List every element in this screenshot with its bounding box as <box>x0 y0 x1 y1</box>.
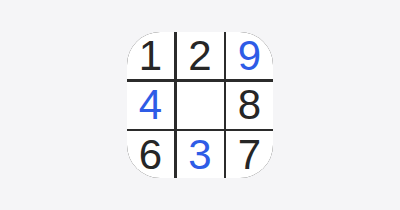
sudoku-cell-r1c2: 2 <box>177 32 224 79</box>
sudoku-cell-r2c3: 8 <box>226 82 273 129</box>
sudoku-cell-r3c3: 7 <box>226 131 273 178</box>
sudoku-cell-r3c2: 3 <box>177 131 224 178</box>
sudoku-app-icon[interactable]: 1 2 9 4 8 6 3 7 <box>127 32 273 178</box>
sudoku-cell-r2c2 <box>177 82 224 129</box>
sudoku-cell-r1c3: 9 <box>226 32 273 79</box>
sudoku-cell-r3c1: 6 <box>127 131 174 178</box>
sudoku-cell-r2c1: 4 <box>127 82 174 129</box>
sudoku-cell-r1c1: 1 <box>127 32 174 79</box>
sudoku-grid: 1 2 9 4 8 6 3 7 <box>127 32 273 178</box>
